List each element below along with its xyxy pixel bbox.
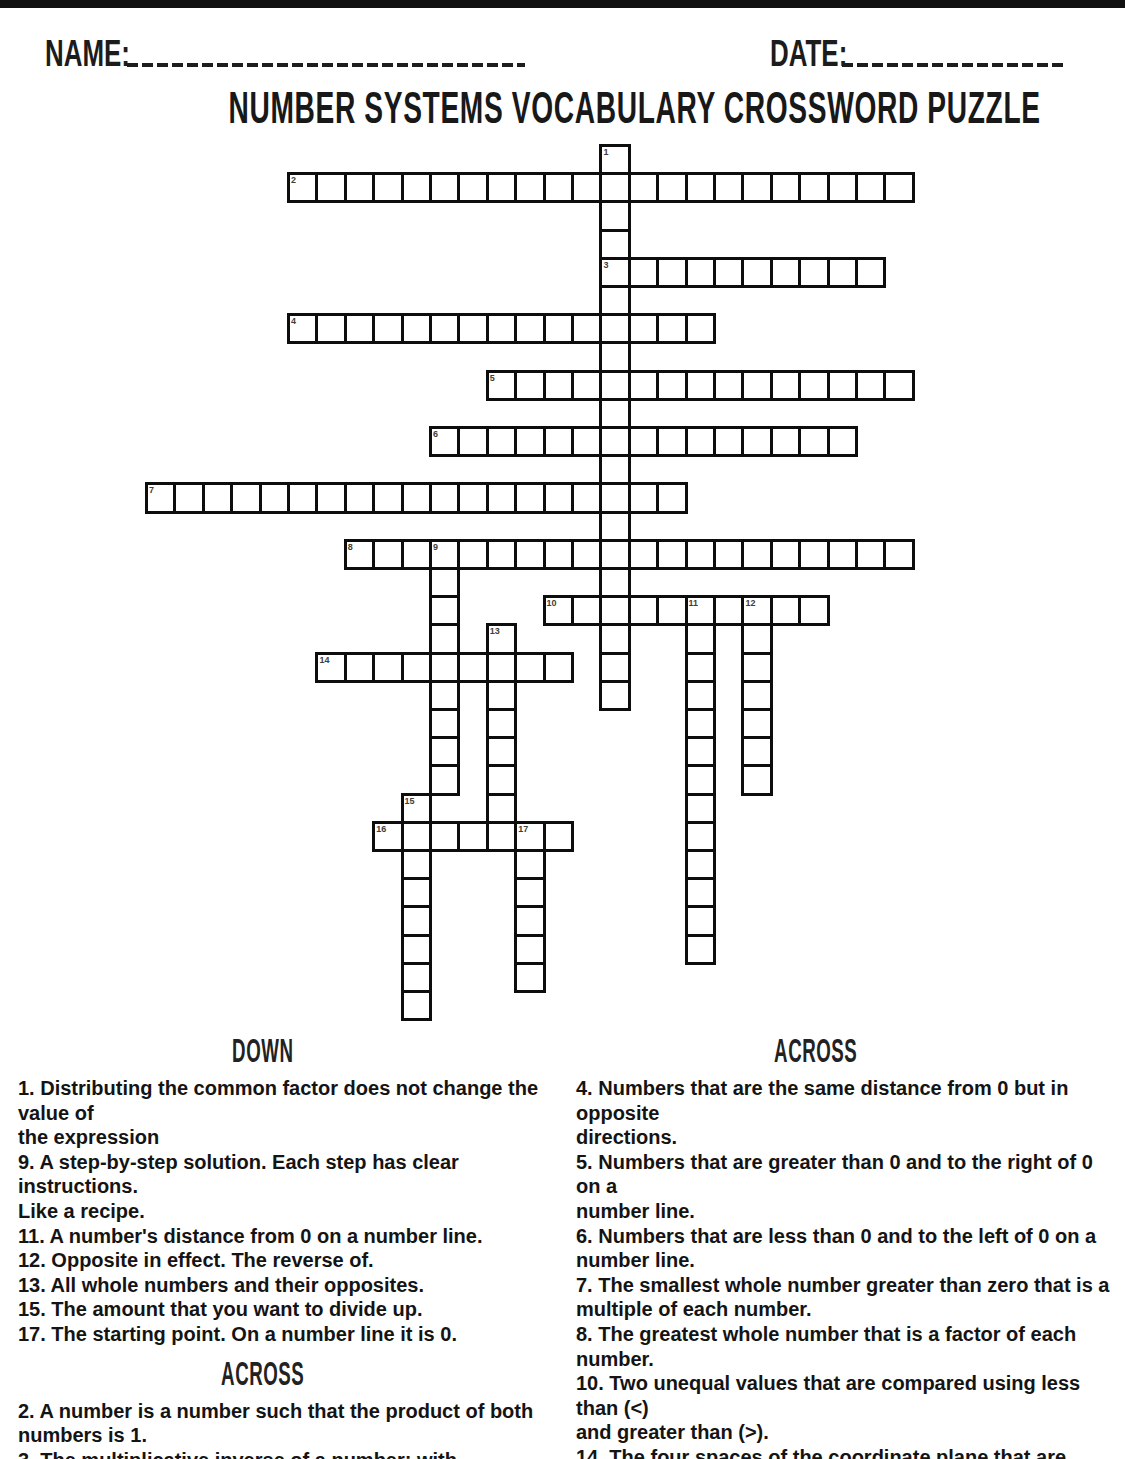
grid-cell[interactable] [599,623,630,654]
grid-cell[interactable] [599,285,630,316]
grid-cell[interactable] [486,736,517,767]
grid-cell[interactable] [571,313,602,344]
grid-cell[interactable] [514,905,545,936]
grid-cell[interactable] [656,482,687,513]
grid-cell[interactable] [401,652,432,683]
grid-cell[interactable] [741,172,772,203]
grid-cell[interactable] [656,595,687,626]
grid-cell[interactable] [599,511,630,542]
grid-cell[interactable] [685,370,716,401]
grid-cell[interactable] [713,595,744,626]
grid-cell[interactable] [741,257,772,288]
grid-cell[interactable] [486,313,517,344]
grid-cell[interactable] [628,257,659,288]
grid-cell[interactable] [401,482,432,513]
grid-cell[interactable] [628,595,659,626]
grid-cell[interactable] [571,426,602,457]
clue-number-label: 12 [745,598,755,608]
grid-cell[interactable] [656,370,687,401]
grid-cell[interactable] [656,426,687,457]
grid-cell[interactable] [770,172,801,203]
grid-cell[interactable] [628,172,659,203]
grid-cell[interactable] [543,370,574,401]
grid-cell[interactable] [457,821,488,852]
grid-cell[interactable] [798,370,829,401]
grid-cell[interactable] [486,708,517,739]
grid-cell[interactable] [741,708,772,739]
grid-cell[interactable] [827,426,858,457]
crossword-grid: 1234567891011121314151617 [145,144,920,1029]
grid-cell[interactable] [770,595,801,626]
grid-cell[interactable] [741,680,772,711]
grid-cell[interactable] [599,341,630,372]
grid-cell[interactable] [685,539,716,570]
grid-cell[interactable] [685,821,716,852]
grid-cell[interactable] [599,200,630,231]
clue-number-label: 9 [433,542,438,552]
grid-cell[interactable] [685,652,716,683]
grid-cell[interactable] [741,736,772,767]
grid-cell[interactable] [571,595,602,626]
grid-cell[interactable] [741,623,772,654]
across-clues-list-right: 4. Numbers that are the same distance fr… [576,1076,1111,1459]
grid-cell[interactable] [429,313,460,344]
grid-cell[interactable] [401,990,432,1021]
clue-number-label: 8 [348,542,353,552]
worksheet-page: NAME: DATE: NUMBER SYSTEMS VOCABULARY CR… [0,0,1125,1459]
grid-cell[interactable] [599,567,630,598]
grid-cell[interactable] [855,370,886,401]
grid-cell[interactable] [315,482,346,513]
top-black-bar [0,0,1125,8]
grid-cell[interactable] [173,482,204,513]
clue-text: 7. The smallest whole number greater tha… [576,1273,1111,1322]
grid-cell[interactable] [401,849,432,880]
grid-cell[interactable] [656,313,687,344]
clue-text: 15. The amount that you want to divide u… [18,1297,548,1322]
grid-cell[interactable] [429,652,460,683]
grid-cell[interactable] [685,905,716,936]
grid-cell[interactable] [457,172,488,203]
grid-cell[interactable] [514,849,545,880]
grid-cell[interactable] [543,539,574,570]
grid-cell[interactable] [514,482,545,513]
grid-cell[interactable] [486,539,517,570]
grid-cell[interactable] [372,172,403,203]
clue-number-label: 15 [405,796,415,806]
puzzle-title: NUMBER SYSTEMS VOCABULARY CROSSWORD PUZZ… [0,86,1125,130]
grid-cell[interactable] [599,482,630,513]
grid-cell[interactable] [401,172,432,203]
grid-cell[interactable] [741,426,772,457]
grid-cell[interactable] [486,793,517,824]
grid-cell[interactable] [685,736,716,767]
clue-number-label: 16 [376,824,386,834]
grid-cell[interactable] [429,482,460,513]
grid-cell[interactable] [741,764,772,795]
across-header-left: ACROSS [18,1355,548,1392]
grid-cell[interactable] [798,539,829,570]
clue-number-label: 5 [490,373,495,383]
clue-text: 3. The multiplicative inverse of a numbe… [18,1448,548,1459]
clue-text: 14. The four spaces of the coordinate pl… [576,1445,1111,1459]
grid-cell[interactable] [685,172,716,203]
grid-cell[interactable] [429,595,460,626]
grid-cell[interactable] [713,370,744,401]
grid-cell[interactable] [429,708,460,739]
grid-cell[interactable] [599,229,630,260]
clue-text: 13. All whole numbers and their opposite… [18,1273,548,1298]
grid-cell[interactable] [827,539,858,570]
grid-cell[interactable] [883,539,914,570]
date-blank-line[interactable] [842,63,1067,67]
grid-cell[interactable] [429,821,460,852]
grid-cell[interactable] [713,539,744,570]
grid-cell[interactable] [571,539,602,570]
clue-text: 10. Two unequal values that are compared… [576,1371,1111,1445]
grid-cell[interactable] [827,257,858,288]
clue-text: 5. Numbers that are greater than 0 and t… [576,1150,1111,1224]
grid-cell[interactable] [372,313,403,344]
clue-number-label: 10 [547,598,557,608]
grid-cell[interactable] [486,172,517,203]
grid-cell[interactable] [599,398,630,429]
grid-cell[interactable] [628,482,659,513]
grid-cell[interactable] [599,172,630,203]
grid-cell[interactable] [344,172,375,203]
grid-cell[interactable] [685,623,716,654]
grid-cell[interactable] [883,172,914,203]
grid-cell[interactable] [599,313,630,344]
grid-cell[interactable] [457,313,488,344]
grid-cell[interactable] [344,482,375,513]
date-label: DATE: [770,36,847,72]
grid-cell[interactable] [599,454,630,485]
grid-cell[interactable] [656,539,687,570]
grid-cell[interactable] [486,482,517,513]
grid-cell[interactable] [514,370,545,401]
grid-cell[interactable] [287,482,318,513]
grid-cell[interactable] [685,426,716,457]
grid-cell[interactable] [372,652,403,683]
across-clues-list-left: 2. A number is a number such that the pr… [18,1399,548,1459]
clue-text: 4. Numbers that are the same distance fr… [576,1076,1111,1150]
clue-text: 17. The starting point. On a number line… [18,1322,548,1347]
grid-cell[interactable] [741,652,772,683]
grid-cell[interactable] [741,370,772,401]
grid-cell[interactable] [401,877,432,908]
name-label: NAME: [45,36,130,72]
grid-cell[interactable] [770,257,801,288]
grid-cell[interactable] [401,313,432,344]
grid-cell[interactable] [685,877,716,908]
grid-cell[interactable] [770,539,801,570]
grid-cell[interactable] [571,370,602,401]
down-clues-list: 1. Distributing the common factor does n… [18,1076,548,1347]
grid-cell[interactable] [685,849,716,880]
grid-cell[interactable] [571,482,602,513]
grid-cell[interactable] [429,736,460,767]
clue-text: 9. A step-by-step solution. Each step ha… [18,1150,548,1224]
grid-cell[interactable] [599,652,630,683]
name-blank-line[interactable] [127,63,525,67]
clue-number-label: 1 [603,147,608,157]
clue-text: 2. A number is a number such that the pr… [18,1399,548,1448]
clue-number-label: 11 [689,598,699,608]
grid-cell[interactable] [855,257,886,288]
grid-cell[interactable] [372,482,403,513]
grid-cell[interactable] [543,426,574,457]
grid-cell[interactable] [401,962,432,993]
grid-cell[interactable] [599,370,630,401]
clue-number-label: 3 [603,260,608,270]
grid-cell[interactable] [656,172,687,203]
clue-text: 12. Opposite in effect. The reverse of. [18,1248,548,1273]
grid-cell[interactable] [685,793,716,824]
grid-cell[interactable] [770,370,801,401]
grid-cell[interactable] [372,539,403,570]
grid-cell[interactable] [628,426,659,457]
clue-number-label: 4 [291,316,296,326]
grid-cell[interactable] [883,370,914,401]
clue-number-label: 2 [291,175,296,185]
grid-cell[interactable] [685,680,716,711]
grid-cell[interactable] [401,934,432,965]
grid-cell[interactable] [486,764,517,795]
grid-cell[interactable] [457,482,488,513]
clue-text: 8. The greatest whole number that is a f… [576,1322,1111,1371]
grid-cell[interactable] [514,962,545,993]
grid-cell[interactable] [685,313,716,344]
grid-cell[interactable] [514,877,545,908]
clue-text: 1. Distributing the common factor does n… [18,1076,548,1150]
grid-cell[interactable] [259,482,290,513]
clue-number-label: 13 [490,626,500,636]
grid-cell[interactable] [798,257,829,288]
grid-cell[interactable] [401,905,432,936]
grid-cell[interactable] [429,764,460,795]
grid-cell[interactable] [798,595,829,626]
grid-cell[interactable] [514,426,545,457]
grid-cell[interactable] [429,172,460,203]
grid-cell[interactable] [571,172,602,203]
clue-text: 6. Numbers that are less than 0 and to t… [576,1224,1111,1273]
clue-number-label: 6 [433,429,438,439]
grid-cell[interactable] [344,313,375,344]
grid-cell[interactable] [685,708,716,739]
grid-cell[interactable] [457,652,488,683]
across-header-right: ACROSS [576,1032,1111,1069]
grid-cell[interactable] [656,257,687,288]
clue-number-label: 7 [149,485,154,495]
grid-cell[interactable] [486,652,517,683]
grid-cell[interactable] [685,764,716,795]
grid-cell[interactable] [599,680,630,711]
grid-cell[interactable] [514,172,545,203]
grid-cell[interactable] [457,539,488,570]
grid-cell[interactable] [401,539,432,570]
down-header: DOWN [18,1032,548,1069]
grid-cell[interactable] [798,426,829,457]
grid-cell[interactable] [685,934,716,965]
grid-cell[interactable] [798,172,829,203]
grid-cell[interactable] [685,257,716,288]
grid-cell[interactable] [457,426,488,457]
grid-cell[interactable] [401,821,432,852]
grid-cell[interactable] [713,426,744,457]
grid-cell[interactable] [855,539,886,570]
grid-cell[interactable] [514,539,545,570]
grid-cell[interactable] [514,652,545,683]
grid-cell[interactable] [599,595,630,626]
grid-cell[interactable] [230,482,261,513]
grid-cell[interactable] [628,539,659,570]
clue-number-label: 17 [518,824,528,834]
grid-cell[interactable] [741,539,772,570]
grid-cell[interactable] [344,652,375,683]
grid-cell[interactable] [599,426,630,457]
grid-cell[interactable] [315,172,346,203]
grid-cell[interactable] [628,313,659,344]
right-clue-column: ACROSS 4. Numbers that are the same dist… [576,1032,1111,1459]
grid-cell[interactable] [486,426,517,457]
grid-cell[interactable] [429,567,460,598]
grid-cell[interactable] [429,623,460,654]
grid-cell[interactable] [713,257,744,288]
grid-cell[interactable] [543,652,574,683]
grid-cell[interactable] [770,426,801,457]
grid-cell[interactable] [543,821,574,852]
grid-cell[interactable] [827,172,858,203]
grid-cell[interactable] [543,172,574,203]
grid-cell[interactable] [628,370,659,401]
grid-cell[interactable] [599,539,630,570]
grid-cell[interactable] [514,313,545,344]
grid-cell[interactable] [827,370,858,401]
grid-cell[interactable] [486,821,517,852]
grid-cell[interactable] [543,482,574,513]
clue-text: 11. A number's distance from 0 on a numb… [18,1224,548,1249]
left-clue-column: DOWN 1. Distributing the common factor d… [18,1032,548,1459]
grid-cell[interactable] [713,172,744,203]
clue-number-label: 14 [319,655,329,665]
grid-cell[interactable] [315,313,346,344]
grid-cell[interactable] [855,172,886,203]
grid-cell[interactable] [486,680,517,711]
grid-cell[interactable] [514,934,545,965]
grid-cell[interactable] [202,482,233,513]
grid-cell[interactable] [543,313,574,344]
grid-cell[interactable] [429,680,460,711]
